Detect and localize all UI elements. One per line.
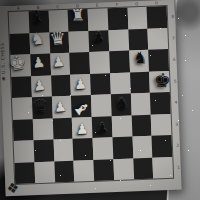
square-h2 xyxy=(152,135,173,157)
square-b2 xyxy=(33,139,54,161)
square-f8 xyxy=(107,8,128,30)
square-e1 xyxy=(93,159,114,181)
square-f5 xyxy=(110,72,131,94)
square-a5 xyxy=(11,76,32,98)
square-a7 xyxy=(9,33,30,55)
file-label: F xyxy=(107,2,127,8)
square-h8 xyxy=(147,6,168,28)
square-b7 xyxy=(29,32,50,54)
square-h3 xyxy=(151,113,172,135)
square-e6 xyxy=(89,51,110,73)
rank-label: 4 xyxy=(174,92,177,114)
file-label: H xyxy=(147,0,167,6)
square-h7 xyxy=(148,27,169,49)
chess-board: ◉ U.S. CHESS ❖ ABCDEFGH 87654321 ♝♜♞♛♟♚♟… xyxy=(0,0,182,196)
square-e8 xyxy=(88,8,109,30)
rank-label: 7 xyxy=(172,27,175,49)
square-d7 xyxy=(69,31,90,53)
rank-label: 2 xyxy=(176,135,179,157)
square-b6 xyxy=(30,54,51,76)
file-label: D xyxy=(68,3,88,9)
rank-label: 6 xyxy=(173,49,176,71)
rank-label: 1 xyxy=(177,156,180,178)
knight-compass-logo-icon: ❖ xyxy=(5,179,20,197)
square-d6 xyxy=(69,52,90,74)
square-g3 xyxy=(131,114,152,136)
square-c3 xyxy=(52,117,73,139)
square-f2 xyxy=(112,136,133,158)
square-g5 xyxy=(130,71,151,93)
square-h6 xyxy=(148,49,169,71)
square-c2 xyxy=(53,139,74,161)
square-h4 xyxy=(150,92,171,114)
square-c7 xyxy=(49,31,70,53)
square-h1 xyxy=(153,156,174,178)
board-brand-text: ◉ U.S. CHESS xyxy=(0,42,6,81)
rank-label: 3 xyxy=(175,113,178,135)
square-g2 xyxy=(132,136,153,158)
chessboard-photo: ◉ U.S. CHESS ❖ ABCDEFGH 87654321 ♝♜♞♛♟♚♟… xyxy=(0,0,200,200)
file-label: B xyxy=(28,5,48,11)
file-label: C xyxy=(48,4,68,10)
square-a4 xyxy=(12,97,33,119)
square-a3 xyxy=(13,119,34,141)
file-label: A xyxy=(8,5,28,11)
square-f1 xyxy=(113,158,134,180)
square-e5 xyxy=(90,73,111,95)
square-d2 xyxy=(73,138,94,160)
square-e7 xyxy=(88,30,109,52)
rank-label: 5 xyxy=(173,70,176,92)
rank-label: 8 xyxy=(171,6,174,28)
square-f7 xyxy=(108,29,129,51)
square-a8 xyxy=(9,11,30,33)
square-d3 xyxy=(72,116,93,138)
square-c4 xyxy=(51,96,72,118)
square-a6 xyxy=(10,54,31,76)
square-a2 xyxy=(14,140,35,162)
file-label: G xyxy=(127,1,147,7)
square-g7 xyxy=(128,28,149,50)
file-label: E xyxy=(87,2,107,8)
square-c5 xyxy=(51,74,72,96)
square-b3 xyxy=(33,118,54,140)
square-f4 xyxy=(111,93,132,115)
square-g1 xyxy=(133,157,154,179)
square-b1 xyxy=(34,161,55,183)
square-c6 xyxy=(50,53,71,75)
square-g6 xyxy=(129,50,150,72)
square-d8 xyxy=(68,9,89,31)
square-c1 xyxy=(54,160,75,182)
board-grid xyxy=(9,6,173,184)
square-b4 xyxy=(32,96,53,118)
square-e3 xyxy=(92,116,113,138)
square-d5 xyxy=(70,73,91,95)
square-e2 xyxy=(93,137,114,159)
square-b5 xyxy=(31,75,52,97)
square-c8 xyxy=(48,10,69,32)
square-g8 xyxy=(127,7,148,29)
square-g4 xyxy=(130,93,151,115)
square-f6 xyxy=(109,50,130,72)
square-h5 xyxy=(149,70,170,92)
square-f3 xyxy=(111,115,132,137)
square-d1 xyxy=(74,159,95,181)
square-b8 xyxy=(28,11,49,33)
square-d4 xyxy=(71,95,92,117)
square-e4 xyxy=(91,94,112,116)
